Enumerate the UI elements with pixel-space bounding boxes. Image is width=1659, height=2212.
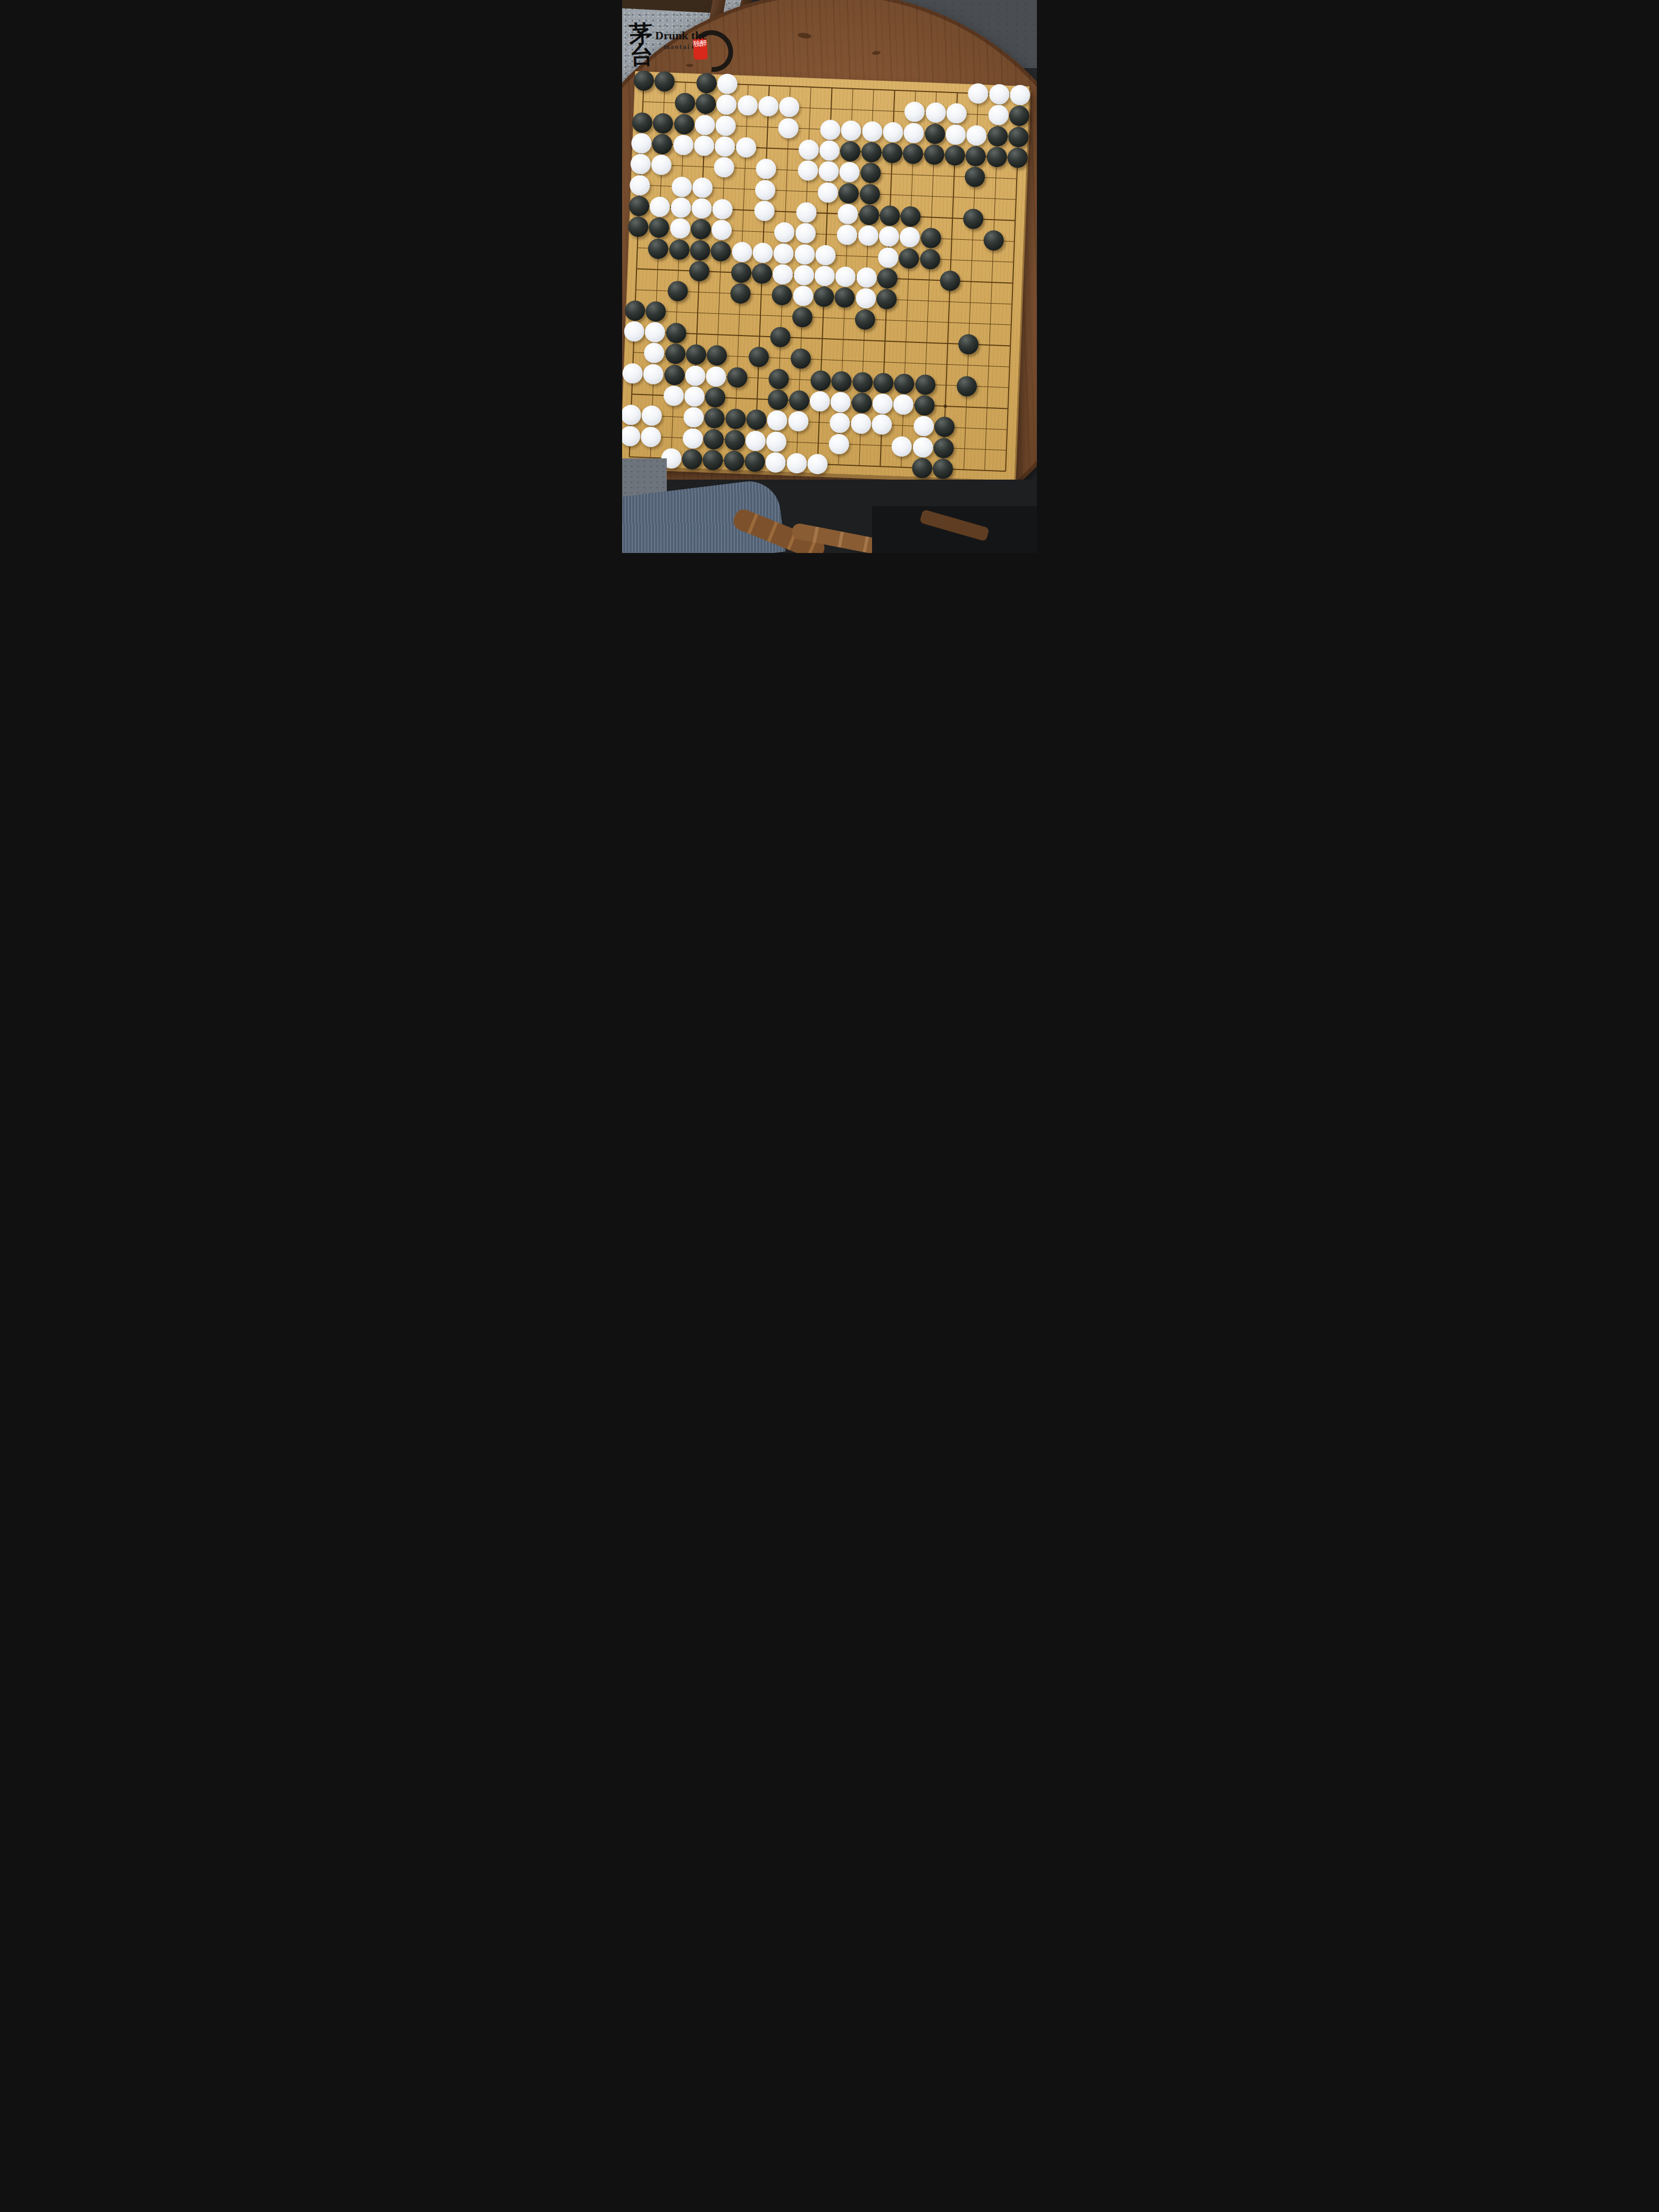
- black-stone: [851, 392, 872, 413]
- black-stone: [725, 408, 745, 429]
- black-stone: [790, 348, 811, 369]
- black-stone: [682, 449, 702, 470]
- white-stone: [624, 321, 644, 342]
- black-stone: [652, 133, 673, 154]
- black-stone: [840, 141, 861, 162]
- white-stone: [732, 241, 752, 262]
- black-stone: [1007, 147, 1028, 168]
- white-stone: [946, 103, 967, 124]
- white-stone: [774, 222, 795, 243]
- white-stone: [630, 154, 651, 174]
- white-stone: [819, 140, 840, 161]
- white-stone: [837, 224, 858, 245]
- white-stone: [737, 95, 758, 116]
- black-stone: [696, 94, 716, 114]
- white-stone: [968, 83, 988, 104]
- black-stone: [629, 196, 649, 216]
- white-stone: [643, 364, 664, 384]
- black-stone: [860, 163, 881, 183]
- white-stone: [861, 121, 882, 141]
- black-stone: [702, 449, 723, 470]
- black-stone: [770, 326, 791, 347]
- black-stone: [839, 183, 859, 204]
- black-stone: [727, 367, 748, 388]
- black-stone: [674, 114, 694, 135]
- black-stone: [900, 206, 921, 227]
- white-stone: [872, 414, 892, 435]
- black-stone: [649, 217, 669, 238]
- white-stone: [644, 342, 665, 363]
- white-stone: [912, 437, 933, 457]
- black-stone: [696, 72, 717, 93]
- white-stone: [712, 199, 733, 220]
- black-stone: [710, 240, 731, 261]
- hoshi-point: [944, 405, 947, 408]
- black-stone: [882, 143, 902, 163]
- white-stone: [818, 161, 839, 182]
- photo-scene: 茅台 独醉 Drunk the maotai: [622, 0, 1037, 553]
- white-stone: [798, 139, 819, 160]
- white-stone: [856, 267, 877, 288]
- black-stone: [690, 240, 710, 261]
- black-stone: [665, 343, 685, 364]
- black-stone: [899, 248, 919, 269]
- black-stone: [690, 219, 711, 240]
- white-stone: [745, 430, 766, 451]
- white-stone: [711, 220, 732, 240]
- white-stone: [684, 386, 705, 407]
- black-stone: [915, 374, 935, 395]
- white-stone: [893, 394, 914, 415]
- black-stone: [965, 146, 986, 166]
- logo-title: Drunk the: [655, 29, 707, 43]
- white-stone: [807, 454, 828, 474]
- black-stone: [920, 228, 941, 248]
- black-stone: [876, 289, 897, 309]
- black-stone: [772, 285, 792, 306]
- white-stone: [872, 393, 893, 414]
- white-stone: [691, 198, 712, 219]
- black-stone: [810, 370, 831, 391]
- black-stone: [667, 281, 688, 301]
- white-stone: [883, 122, 903, 143]
- black-stone: [903, 143, 924, 164]
- black-stone: [648, 238, 668, 259]
- black-stone: [704, 408, 725, 429]
- black-stone: [873, 372, 894, 393]
- white-stone: [754, 200, 775, 221]
- white-stone: [817, 182, 838, 203]
- white-stone: [671, 197, 691, 218]
- white-stone: [855, 288, 876, 309]
- white-stone: [779, 97, 800, 118]
- white-stone: [794, 244, 815, 264]
- white-stone: [839, 162, 860, 182]
- white-stone: [685, 365, 706, 386]
- black-stone: [858, 204, 879, 225]
- black-stone: [731, 262, 751, 283]
- black-stone: [724, 430, 745, 450]
- black-stone: [746, 409, 767, 430]
- white-stone: [988, 105, 1009, 125]
- black-stone: [707, 345, 727, 366]
- white-stone: [717, 73, 738, 94]
- black-stone: [963, 208, 984, 229]
- white-stone: [758, 96, 778, 116]
- white-stone: [622, 425, 641, 446]
- white-stone: [773, 243, 794, 264]
- white-stone: [904, 102, 925, 122]
- white-stone: [795, 202, 816, 223]
- white-stone: [878, 226, 899, 247]
- black-stone: [723, 450, 744, 471]
- black-stone: [1008, 127, 1029, 147]
- black-stone: [957, 375, 977, 396]
- white-stone: [630, 174, 650, 195]
- white-stone: [925, 102, 946, 123]
- black-stone: [654, 71, 675, 91]
- white-stone: [683, 407, 704, 428]
- white-stone: [673, 135, 693, 155]
- white-stone: [644, 322, 665, 342]
- black-stone: [983, 230, 1004, 251]
- white-stone: [945, 124, 966, 145]
- white-stone: [988, 84, 1009, 105]
- white-stone: [756, 158, 776, 179]
- white-stone: [793, 265, 814, 286]
- black-stone: [933, 458, 953, 479]
- white-stone: [671, 176, 692, 197]
- black-stone: [768, 389, 789, 410]
- black-stone: [924, 123, 945, 144]
- black-stone: [958, 334, 979, 355]
- black-stone: [652, 113, 673, 133]
- black-stone: [924, 144, 944, 165]
- white-stone: [715, 136, 735, 157]
- white-stone: [891, 436, 912, 457]
- black-stone: [664, 364, 685, 385]
- white-stone: [765, 452, 786, 473]
- black-stone: [834, 287, 855, 308]
- white-stone: [966, 125, 987, 146]
- black-stone: [877, 268, 898, 289]
- white-stone: [694, 114, 715, 135]
- black-stone: [744, 451, 765, 472]
- white-stone: [752, 242, 773, 263]
- white-stone: [829, 413, 850, 433]
- black-stone: [911, 458, 932, 479]
- white-stone: [903, 122, 924, 143]
- white-stone: [663, 386, 684, 406]
- black-stone: [940, 270, 960, 291]
- white-stone: [755, 180, 775, 200]
- black-stone: [666, 323, 686, 343]
- white-stone: [692, 177, 713, 198]
- black-stone: [685, 344, 706, 365]
- black-stone: [748, 347, 769, 367]
- white-stone: [682, 428, 703, 449]
- white-stone: [878, 247, 899, 267]
- logo-subtitle: maotai: [664, 43, 690, 51]
- white-stone: [694, 135, 715, 156]
- black-stone: [789, 390, 809, 411]
- black-stone: [792, 306, 812, 327]
- white-stone: [792, 286, 813, 306]
- white-stone: [1010, 85, 1030, 105]
- black-stone: [861, 141, 882, 162]
- black-stone: [674, 93, 695, 113]
- black-stone: [628, 216, 649, 237]
- white-stone: [715, 115, 736, 136]
- black-stone: [669, 239, 690, 259]
- black-stone: [965, 166, 985, 187]
- white-stone: [850, 413, 871, 434]
- white-stone: [820, 119, 841, 140]
- white-stone: [641, 426, 661, 447]
- black-stone: [1009, 105, 1029, 126]
- black-stone: [625, 300, 646, 321]
- white-stone: [766, 431, 787, 452]
- white-stone: [767, 410, 787, 431]
- white-stone: [786, 453, 807, 474]
- white-stone: [716, 94, 737, 115]
- white-stone: [900, 227, 920, 248]
- white-stone: [649, 196, 670, 217]
- white-stone: [829, 433, 850, 454]
- white-stone: [815, 245, 836, 265]
- white-stone: [913, 416, 934, 437]
- white-stone: [858, 225, 878, 246]
- go-board: [622, 71, 1029, 481]
- white-stone: [841, 120, 861, 141]
- white-stone: [669, 218, 690, 239]
- logo-calligraphy: 茅台: [629, 23, 655, 66]
- white-stone: [631, 133, 652, 154]
- black-stone: [730, 283, 751, 304]
- black-stone: [934, 416, 955, 437]
- white-stone: [773, 264, 793, 284]
- floor-patch: [622, 458, 667, 497]
- white-stone: [622, 405, 641, 425]
- black-stone: [633, 70, 654, 91]
- black-stone: [705, 387, 726, 408]
- white-stone: [798, 160, 818, 181]
- black-stone: [751, 263, 772, 284]
- black-stone: [859, 183, 880, 204]
- black-stone: [703, 429, 724, 449]
- white-stone: [837, 204, 858, 224]
- black-stone: [933, 438, 954, 458]
- white-stone: [641, 405, 662, 426]
- white-stone: [706, 366, 726, 387]
- white-stone: [835, 266, 856, 287]
- white-stone: [787, 411, 808, 432]
- black-stone: [987, 125, 1008, 146]
- white-stone: [622, 363, 643, 383]
- black-stone: [894, 373, 915, 394]
- white-stone: [795, 223, 816, 244]
- black-stone: [632, 112, 652, 133]
- white-stone: [809, 391, 830, 412]
- white-stone: [831, 392, 851, 413]
- black-stone: [814, 287, 834, 307]
- white-stone: [735, 137, 756, 157]
- white-stone: [814, 265, 835, 286]
- black-stone: [689, 261, 709, 281]
- black-stone: [919, 249, 940, 270]
- black-stone: [854, 309, 875, 330]
- white-stone: [714, 157, 734, 178]
- black-stone: [768, 368, 789, 389]
- black-stone: [944, 145, 965, 166]
- watermark-logo: 茅台 独醉 Drunk the maotai: [630, 27, 731, 68]
- black-stone: [986, 147, 1007, 167]
- black-stone: [831, 371, 852, 391]
- white-stone: [778, 118, 799, 138]
- black-stone: [914, 395, 935, 416]
- white-stone: [651, 155, 672, 175]
- black-stone: [646, 301, 666, 322]
- black-stone: [852, 372, 873, 392]
- black-stone: [879, 205, 900, 226]
